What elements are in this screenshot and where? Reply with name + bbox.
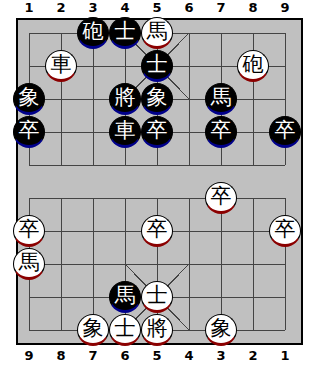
point-marker-corner (65, 89, 71, 95)
file-label: 6 (109, 348, 141, 363)
file-label: 7 (205, 0, 237, 15)
file-label: 7 (77, 348, 109, 363)
black-chariot[interactable]: 車 (109, 116, 141, 148)
red-cannon[interactable]: 砲 (237, 50, 269, 82)
file-label: 1 (269, 348, 301, 363)
point-marker-corner (97, 136, 103, 142)
red-elephant[interactable]: 象 (77, 314, 109, 346)
point-marker (243, 89, 263, 109)
red-horse[interactable]: 馬 (13, 248, 45, 280)
black-horse[interactable]: 馬 (205, 83, 237, 115)
black-cannon[interactable]: 砲 (77, 17, 109, 49)
file-label: 4 (109, 0, 141, 15)
point-marker (51, 89, 71, 109)
point-marker-corner (257, 254, 263, 260)
point-marker-corner (97, 221, 103, 227)
red-soldier[interactable]: 卒 (205, 182, 237, 214)
file-label: 2 (237, 348, 269, 363)
file-label: 8 (45, 348, 77, 363)
point-marker-corner (65, 254, 71, 260)
point-marker-corner (51, 268, 57, 274)
point-marker (243, 254, 263, 274)
bottom-file-labels: 987654321 (13, 348, 301, 363)
red-advisor[interactable]: 士 (109, 314, 141, 346)
point-marker (211, 221, 231, 241)
black-horse[interactable]: 馬 (109, 281, 141, 313)
point-marker-corner (97, 122, 103, 128)
file-label: 6 (173, 0, 205, 15)
point-marker-corner (243, 103, 249, 109)
red-soldier[interactable]: 卒 (269, 215, 301, 247)
point-marker-corner (51, 103, 57, 109)
point-marker-corner (83, 122, 89, 128)
black-advisor[interactable]: 士 (109, 17, 141, 49)
file-label: 8 (237, 0, 269, 15)
red-soldier[interactable]: 卒 (13, 215, 45, 247)
point-marker-corner (211, 221, 217, 227)
point-marker-corner (51, 254, 57, 260)
file-label: 9 (13, 348, 45, 363)
point-marker-corner (225, 235, 231, 241)
red-soldier[interactable]: 卒 (141, 215, 173, 247)
black-soldier[interactable]: 卒 (269, 116, 301, 148)
point-marker-corner (51, 89, 57, 95)
red-chariot[interactable]: 車 (45, 50, 77, 82)
black-general[interactable]: 將 (109, 83, 141, 115)
point-marker-corner (83, 221, 89, 227)
file-label: 5 (141, 0, 173, 15)
xiangqi-board-screenshot: 123456789 砲士馬車士砲象將象馬卒車卒卒卒卒卒卒卒馬馬士象士將象 987… (0, 0, 320, 365)
black-soldier[interactable]: 卒 (141, 116, 173, 148)
black-advisor[interactable]: 士 (141, 50, 173, 82)
point-marker-corner (211, 235, 217, 241)
file-label: 4 (173, 348, 205, 363)
black-soldier[interactable]: 卒 (205, 116, 237, 148)
point-marker (51, 254, 71, 274)
point-marker-corner (243, 89, 249, 95)
red-elephant[interactable]: 象 (205, 314, 237, 346)
black-elephant[interactable]: 象 (13, 83, 45, 115)
file-label: 3 (77, 0, 109, 15)
point-marker-corner (83, 136, 89, 142)
point-marker-corner (243, 254, 249, 260)
black-elephant[interactable]: 象 (141, 83, 173, 115)
point-marker-corner (257, 89, 263, 95)
file-label: 5 (141, 348, 173, 363)
file-label: 2 (45, 0, 77, 15)
file-label: 3 (205, 348, 237, 363)
point-marker (83, 122, 103, 142)
point-marker-corner (257, 268, 263, 274)
red-horse[interactable]: 馬 (141, 17, 173, 49)
point-marker-corner (225, 221, 231, 227)
point-marker-corner (65, 268, 71, 274)
point-marker (83, 221, 103, 241)
point-marker-corner (243, 268, 249, 274)
point-marker-corner (83, 235, 89, 241)
red-advisor[interactable]: 士 (141, 281, 173, 313)
point-marker-corner (257, 103, 263, 109)
point-marker-corner (65, 103, 71, 109)
piece-layer: 砲士馬車士砲象將象馬卒車卒卒卒卒卒卒卒馬馬士象士將象 (13, 16, 301, 346)
file-label: 1 (13, 0, 45, 15)
point-marker-corner (97, 235, 103, 241)
black-soldier[interactable]: 卒 (13, 116, 45, 148)
file-label: 9 (269, 0, 301, 15)
red-general[interactable]: 將 (141, 314, 173, 346)
top-file-labels: 123456789 (13, 0, 301, 15)
